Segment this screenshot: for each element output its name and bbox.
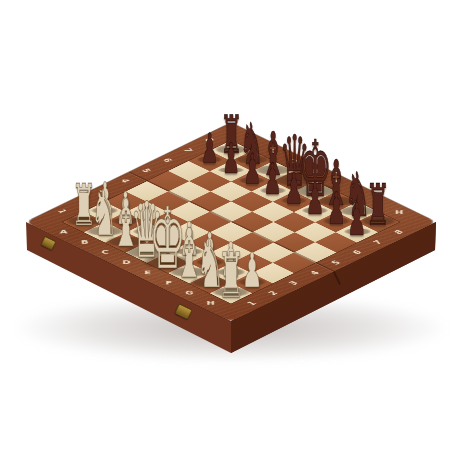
file-label-far-b: B bbox=[267, 148, 279, 154]
file-label-far-f: F bbox=[351, 188, 363, 194]
file-label-far-g: G bbox=[372, 199, 384, 205]
rank-label-right-5: 5 bbox=[328, 259, 345, 267]
file-label-near-c: C bbox=[99, 249, 111, 255]
file-label-far-d: D bbox=[309, 168, 321, 174]
file-label-near-f: F bbox=[163, 280, 175, 286]
file-label-near-g: G bbox=[184, 290, 196, 296]
file-label-near-d: D bbox=[120, 260, 132, 266]
rank-label-left-5: 5 bbox=[138, 167, 154, 175]
rank-label-left-4: 4 bbox=[117, 177, 133, 185]
rank-label-left-7: 7 bbox=[180, 146, 196, 154]
rank-label-right-2: 2 bbox=[265, 289, 282, 297]
rank-label-left-1: 1 bbox=[54, 207, 70, 215]
file-label-far-a: A bbox=[246, 137, 258, 143]
rank-label-right-6: 6 bbox=[349, 249, 366, 257]
file-label-near-a: A bbox=[57, 229, 69, 235]
file-label-far-c: C bbox=[288, 158, 300, 164]
rank-label-right-1: 1 bbox=[244, 300, 261, 308]
file-label-far-e: E bbox=[330, 178, 342, 184]
rank-label-right-3: 3 bbox=[286, 279, 303, 287]
rank-label-left-8: 8 bbox=[201, 136, 217, 144]
rank-label-left-2: 2 bbox=[75, 197, 91, 205]
rank-label-right-7: 7 bbox=[370, 238, 387, 246]
rank-label-right-8: 8 bbox=[391, 228, 408, 236]
file-label-far-h: H bbox=[393, 209, 405, 215]
rank-label-right-4: 4 bbox=[307, 269, 324, 277]
board-frame: AABBCCDDEEFFGGHH1122334455667788 bbox=[26, 123, 436, 322]
chess-set-photo: AABBCCDDEEFFGGHH1122334455667788 ♜♞♝♛♚♝♞… bbox=[0, 0, 452, 452]
rank-label-left-3: 3 bbox=[96, 187, 112, 195]
file-label-near-b: B bbox=[78, 239, 90, 245]
file-label-near-e: E bbox=[141, 270, 153, 276]
rank-label-left-6: 6 bbox=[159, 156, 175, 164]
file-label-near-h: H bbox=[205, 300, 217, 306]
